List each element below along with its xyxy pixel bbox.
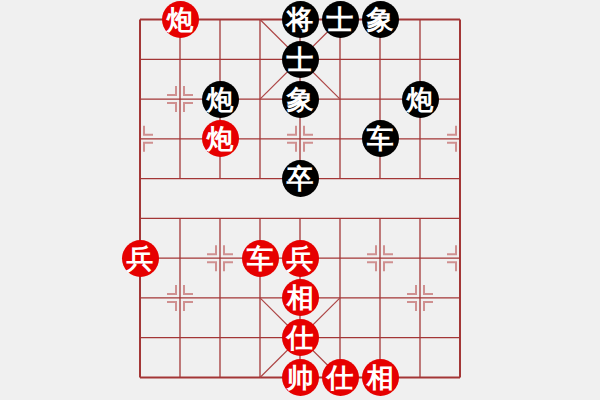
piece-black-advisor[interactable]: 士: [282, 41, 319, 78]
piece-black-cannon[interactable]: 炮: [202, 81, 239, 118]
piece-red-soldier[interactable]: 兵: [282, 240, 319, 277]
piece-red-chariot[interactable]: 车: [242, 240, 279, 277]
piece-black-soldier[interactable]: 卒: [282, 160, 319, 197]
piece-black-chariot[interactable]: 车: [362, 120, 399, 157]
piece-red-soldier[interactable]: 兵: [122, 240, 159, 277]
piece-black-elephant[interactable]: 象: [282, 81, 319, 118]
xiangqi-board: 炮将士象士炮象炮炮车卒兵车兵相仕帅仕相: [0, 0, 600, 400]
piece-red-elephant[interactable]: 相: [362, 359, 399, 396]
piece-layer: 炮将士象士炮象炮炮车卒兵车兵相仕帅仕相: [120, 0, 480, 397]
piece-red-general[interactable]: 帅: [282, 359, 319, 396]
piece-red-advisor[interactable]: 仕: [282, 319, 319, 356]
piece-red-cannon[interactable]: 炮: [162, 1, 199, 38]
piece-black-elephant[interactable]: 象: [362, 1, 399, 38]
piece-red-elephant[interactable]: 相: [282, 279, 319, 316]
piece-black-cannon[interactable]: 炮: [402, 81, 439, 118]
piece-red-advisor[interactable]: 仕: [322, 359, 359, 396]
piece-black-advisor[interactable]: 士: [322, 1, 359, 38]
piece-black-general[interactable]: 将: [282, 1, 319, 38]
piece-red-cannon[interactable]: 炮: [202, 120, 239, 157]
